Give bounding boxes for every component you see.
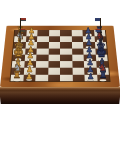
piece-left-pawn-8: ♟ [26,72,33,80]
flag-cloth [20,29,25,33]
piece-left-rook-8: ♜ [13,70,22,80]
flag-cloth [95,18,100,22]
pieces-layer: ♜♟♞♟♝♟♛♟♚♟♝♟♞♟♜♟♜♟♞♟♝♟♛♟♚♟♝♟♞♟♜♟ [0,0,120,144]
product-photo-chess-set: ♜♟♞♟♝♟♛♟♚♟♝♟♞♟♜♟♜♟♞♟♝♟♛♟♚♟♝♟♞♟♜♟ [0,0,120,144]
piece-right-rook-8: ♜ [99,70,108,80]
piece-right-pawn-8: ♟ [87,72,94,80]
flag-cloth [21,18,26,22]
rook-glyph: ♜ [13,70,22,80]
rook-glyph: ♜ [99,70,108,80]
pawn-glyph: ♟ [87,72,94,80]
pawn-glyph: ♟ [26,72,33,80]
flag-cloth [95,29,100,33]
